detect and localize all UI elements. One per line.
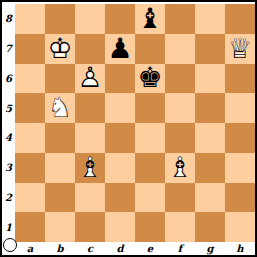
file-label-h: h xyxy=(225,242,255,255)
square-c4[interactable] xyxy=(75,123,105,153)
white-bishop: ♝♗ xyxy=(165,153,195,183)
chess-diagram: 87654321 ♝♚♔♟♛♕♟♙♚♞♘♝♗♝♗ abcdefgh xyxy=(0,0,257,257)
file-label-f: f xyxy=(165,242,195,255)
square-a7[interactable] xyxy=(15,34,45,64)
square-h5[interactable] xyxy=(225,93,255,123)
square-f8[interactable] xyxy=(165,4,195,34)
square-d3[interactable] xyxy=(105,153,135,183)
square-h4[interactable] xyxy=(225,123,255,153)
square-b3[interactable] xyxy=(45,153,75,183)
square-d7[interactable]: ♟ xyxy=(105,34,135,64)
square-c6[interactable]: ♟♙ xyxy=(75,64,105,94)
square-h8[interactable] xyxy=(225,4,255,34)
square-b4[interactable] xyxy=(45,123,75,153)
square-e1[interactable] xyxy=(135,212,165,242)
square-h3[interactable] xyxy=(225,153,255,183)
file-label-b: b xyxy=(45,242,75,255)
square-g1[interactable] xyxy=(195,212,225,242)
square-a3[interactable] xyxy=(15,153,45,183)
square-e8[interactable]: ♝ xyxy=(135,4,165,34)
square-f4[interactable] xyxy=(165,123,195,153)
square-d4[interactable] xyxy=(105,123,135,153)
square-b8[interactable] xyxy=(45,4,75,34)
white-pawn: ♟♙ xyxy=(75,64,105,94)
square-b1[interactable] xyxy=(45,212,75,242)
square-e7[interactable] xyxy=(135,34,165,64)
square-f1[interactable] xyxy=(165,212,195,242)
square-d2[interactable] xyxy=(105,183,135,213)
white-knight: ♞♘ xyxy=(45,93,75,123)
square-f6[interactable] xyxy=(165,64,195,94)
file-label-g: g xyxy=(195,242,225,255)
file-label-d: d xyxy=(105,242,135,255)
square-h2[interactable] xyxy=(225,183,255,213)
file-label-c: c xyxy=(75,242,105,255)
square-h7[interactable]: ♛♕ xyxy=(225,34,255,64)
square-f2[interactable] xyxy=(165,183,195,213)
square-b5[interactable]: ♞♘ xyxy=(45,93,75,123)
square-g3[interactable] xyxy=(195,153,225,183)
square-a8[interactable] xyxy=(15,4,45,34)
square-b6[interactable] xyxy=(45,64,75,94)
square-e4[interactable] xyxy=(135,123,165,153)
square-d6[interactable] xyxy=(105,64,135,94)
square-a2[interactable] xyxy=(15,183,45,213)
rank-label-2: 2 xyxy=(2,183,15,213)
square-c8[interactable] xyxy=(75,4,105,34)
rank-label-5: 5 xyxy=(2,93,15,123)
square-a4[interactable] xyxy=(15,123,45,153)
square-d5[interactable] xyxy=(105,93,135,123)
chess-board: ♝♚♔♟♛♕♟♙♚♞♘♝♗♝♗ xyxy=(15,4,255,242)
white-bishop: ♝♗ xyxy=(75,153,105,183)
square-e2[interactable] xyxy=(135,183,165,213)
file-label-a: a xyxy=(15,242,45,255)
black-king: ♚ xyxy=(135,64,165,94)
square-g5[interactable] xyxy=(195,93,225,123)
white-to-move-indicator-icon xyxy=(3,238,17,252)
rank-label-6: 6 xyxy=(2,64,15,94)
square-h1[interactable] xyxy=(225,212,255,242)
rank-label-3: 3 xyxy=(2,153,15,183)
black-bishop: ♝ xyxy=(135,4,165,34)
square-g2[interactable] xyxy=(195,183,225,213)
square-c1[interactable] xyxy=(75,212,105,242)
square-a5[interactable] xyxy=(15,93,45,123)
rank-label-8: 8 xyxy=(2,4,15,34)
rank-labels: 87654321 xyxy=(2,4,15,242)
square-c7[interactable] xyxy=(75,34,105,64)
square-g4[interactable] xyxy=(195,123,225,153)
white-queen: ♛♕ xyxy=(225,34,255,64)
square-a1[interactable] xyxy=(15,212,45,242)
file-labels: abcdefgh xyxy=(15,242,255,255)
square-c3[interactable]: ♝♗ xyxy=(75,153,105,183)
square-f5[interactable] xyxy=(165,93,195,123)
square-e6[interactable]: ♚ xyxy=(135,64,165,94)
square-g7[interactable] xyxy=(195,34,225,64)
square-b2[interactable] xyxy=(45,183,75,213)
square-a6[interactable] xyxy=(15,64,45,94)
white-king: ♚♔ xyxy=(45,34,75,64)
square-c5[interactable] xyxy=(75,93,105,123)
square-d1[interactable] xyxy=(105,212,135,242)
rank-label-4: 4 xyxy=(2,123,15,153)
square-h6[interactable] xyxy=(225,64,255,94)
square-f7[interactable] xyxy=(165,34,195,64)
square-e3[interactable] xyxy=(135,153,165,183)
square-f3[interactable]: ♝♗ xyxy=(165,153,195,183)
file-label-e: e xyxy=(135,242,165,255)
square-c2[interactable] xyxy=(75,183,105,213)
square-g6[interactable] xyxy=(195,64,225,94)
square-e5[interactable] xyxy=(135,93,165,123)
square-b7[interactable]: ♚♔ xyxy=(45,34,75,64)
rank-label-7: 7 xyxy=(2,34,15,64)
square-d8[interactable] xyxy=(105,4,135,34)
black-pawn: ♟ xyxy=(105,34,135,64)
square-g8[interactable] xyxy=(195,4,225,34)
